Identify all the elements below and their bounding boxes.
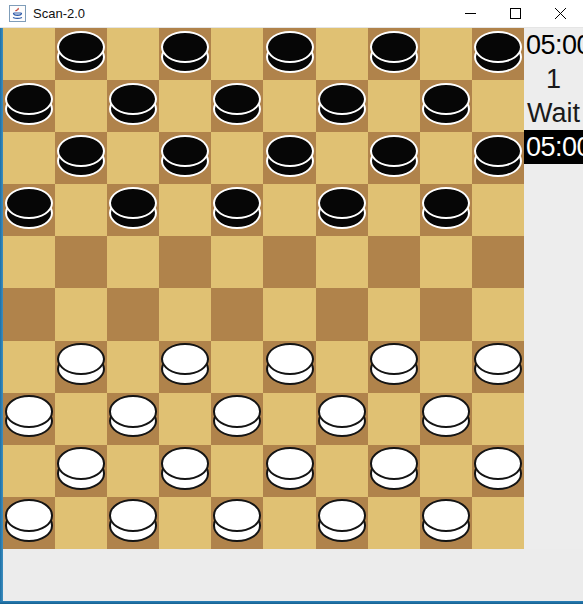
square-r4-c5[interactable]: [211, 184, 263, 236]
square-r4-c6[interactable]: [263, 184, 315, 236]
square-r5-c2[interactable]: [55, 236, 107, 288]
square-r4-c1[interactable]: [3, 184, 55, 236]
close-button[interactable]: [538, 0, 583, 28]
java-app-icon: [9, 5, 26, 22]
black-man[interactable]: [159, 132, 211, 184]
square-r4-c9[interactable]: [420, 184, 472, 236]
piece-top: [109, 395, 157, 427]
square-r7-c1[interactable]: [3, 341, 55, 393]
square-r5-c6[interactable]: [263, 236, 315, 288]
white-man[interactable]: [420, 497, 472, 549]
bottom-strip: [3, 549, 583, 601]
square-r7-c9[interactable]: [420, 341, 472, 393]
minimize-icon: [465, 8, 476, 19]
square-r2-c7[interactable]: [316, 80, 368, 132]
piece-top: [318, 83, 366, 115]
square-r4-c3[interactable]: [107, 184, 159, 236]
square-r3-c10[interactable]: [472, 132, 524, 184]
square-r7-c10[interactable]: [472, 341, 524, 393]
square-r3-c9[interactable]: [420, 132, 472, 184]
piece-top: [318, 395, 366, 427]
square-r6-c1[interactable]: [3, 288, 55, 340]
piece-top: [474, 31, 522, 63]
square-r3-c4[interactable]: [159, 132, 211, 184]
black-man[interactable]: [159, 28, 211, 80]
square-r3-c1[interactable]: [3, 132, 55, 184]
piece-top: [5, 499, 53, 531]
piece-top: [213, 395, 261, 427]
square-r10-c5[interactable]: [211, 497, 263, 549]
white-man[interactable]: [107, 393, 159, 445]
square-r8-c6[interactable]: [263, 393, 315, 445]
square-r2-c3[interactable]: [107, 80, 159, 132]
square-r8-c1[interactable]: [3, 393, 55, 445]
square-r8-c3[interactable]: [107, 393, 159, 445]
square-r10-c7[interactable]: [316, 497, 368, 549]
titlebar[interactable]: Scan-2.0: [0, 0, 583, 28]
square-r6-c6[interactable]: [263, 288, 315, 340]
square-r10-c2[interactable]: [55, 497, 107, 549]
square-r5-c10[interactable]: [472, 236, 524, 288]
square-r7-c4[interactable]: [159, 341, 211, 393]
square-r10-c1[interactable]: [3, 497, 55, 549]
square-r3-c2[interactable]: [55, 132, 107, 184]
white-man[interactable]: [472, 445, 524, 497]
piece-top: [422, 83, 470, 115]
square-r5-c8[interactable]: [368, 236, 420, 288]
white-man[interactable]: [159, 445, 211, 497]
white-man[interactable]: [107, 497, 159, 549]
black-man[interactable]: [3, 80, 55, 132]
square-r6-c7[interactable]: [316, 288, 368, 340]
move-number: 1: [524, 62, 583, 96]
piece-top: [109, 499, 157, 531]
black-man[interactable]: [420, 184, 472, 236]
white-man[interactable]: [55, 445, 107, 497]
black-man[interactable]: [211, 80, 263, 132]
square-r1-c4[interactable]: [159, 28, 211, 80]
square-r5-c7[interactable]: [316, 236, 368, 288]
square-r1-c10[interactable]: [472, 28, 524, 80]
black-man[interactable]: [368, 28, 420, 80]
white-man[interactable]: [368, 445, 420, 497]
square-r2-c8[interactable]: [368, 80, 420, 132]
minimize-button[interactable]: [448, 0, 493, 28]
square-r1-c3[interactable]: [107, 28, 159, 80]
piece-top: [57, 135, 105, 167]
square-r5-c3[interactable]: [107, 236, 159, 288]
piece-top: [5, 187, 53, 219]
square-r3-c7[interactable]: [316, 132, 368, 184]
black-man[interactable]: [107, 184, 159, 236]
piece-top: [474, 447, 522, 479]
square-r9-c10[interactable]: [472, 445, 524, 497]
piece-top: [109, 187, 157, 219]
square-r7-c7[interactable]: [316, 341, 368, 393]
square-r10-c8[interactable]: [368, 497, 420, 549]
square-r2-c9[interactable]: [420, 80, 472, 132]
square-r5-c4[interactable]: [159, 236, 211, 288]
square-r1-c7[interactable]: [316, 28, 368, 80]
square-r7-c3[interactable]: [107, 341, 159, 393]
piece-top: [422, 499, 470, 531]
square-r9-c9[interactable]: [420, 445, 472, 497]
square-r8-c2[interactable]: [55, 393, 107, 445]
square-r5-c1[interactable]: [3, 236, 55, 288]
black-man[interactable]: [263, 28, 315, 80]
square-r3-c8[interactable]: [368, 132, 420, 184]
piece-top: [266, 31, 314, 63]
square-r3-c3[interactable]: [107, 132, 159, 184]
square-r6-c4[interactable]: [159, 288, 211, 340]
square-r4-c4[interactable]: [159, 184, 211, 236]
square-r7-c2[interactable]: [55, 341, 107, 393]
piece-top: [161, 135, 209, 167]
piece-top: [161, 31, 209, 63]
square-r6-c8[interactable]: [368, 288, 420, 340]
status-label: Wait: [524, 96, 583, 130]
black-man[interactable]: [472, 28, 524, 80]
square-r10-c3[interactable]: [107, 497, 159, 549]
white-man[interactable]: [368, 341, 420, 393]
square-r1-c5[interactable]: [211, 28, 263, 80]
square-r6-c5[interactable]: [211, 288, 263, 340]
white-man[interactable]: [211, 393, 263, 445]
white-man[interactable]: [316, 497, 368, 549]
square-r4-c8[interactable]: [368, 184, 420, 236]
white-man[interactable]: [211, 497, 263, 549]
black-man[interactable]: [107, 80, 159, 132]
square-r6-c9[interactable]: [420, 288, 472, 340]
square-r3-c6[interactable]: [263, 132, 315, 184]
piece-top: [57, 447, 105, 479]
black-man[interactable]: [420, 80, 472, 132]
caption-buttons: [448, 0, 583, 28]
black-man[interactable]: [3, 184, 55, 236]
square-r9-c5[interactable]: [211, 445, 263, 497]
square-r2-c1[interactable]: [3, 80, 55, 132]
square-r8-c4[interactable]: [159, 393, 211, 445]
piece-top: [213, 499, 261, 531]
close-icon: [555, 8, 566, 19]
maximize-icon: [510, 8, 521, 19]
piece-top: [213, 83, 261, 115]
square-r3-c5[interactable]: [211, 132, 263, 184]
square-r1-c2[interactable]: [55, 28, 107, 80]
square-r9-c4[interactable]: [159, 445, 211, 497]
white-clock-active: 05:00: [524, 130, 583, 164]
square-r8-c10[interactable]: [472, 393, 524, 445]
square-r8-c5[interactable]: [211, 393, 263, 445]
piece-top: [161, 447, 209, 479]
square-r10-c9[interactable]: [420, 497, 472, 549]
piece-top: [318, 187, 366, 219]
square-r9-c2[interactable]: [55, 445, 107, 497]
maximize-button[interactable]: [493, 0, 538, 28]
window-title: Scan-2.0: [33, 6, 85, 21]
square-r6-c10[interactable]: [472, 288, 524, 340]
square-r9-c8[interactable]: [368, 445, 420, 497]
square-r8-c7[interactable]: [316, 393, 368, 445]
square-r1-c6[interactable]: [263, 28, 315, 80]
square-r7-c8[interactable]: [368, 341, 420, 393]
piece-top: [422, 187, 470, 219]
white-man[interactable]: [159, 341, 211, 393]
white-man[interactable]: [55, 341, 107, 393]
square-r7-c6[interactable]: [263, 341, 315, 393]
piece-top: [109, 83, 157, 115]
black-man[interactable]: [472, 132, 524, 184]
square-r10-c10[interactable]: [472, 497, 524, 549]
black-clock: 05:00: [524, 28, 583, 62]
main-area: 05:00 1 Wait 05:00: [0, 28, 583, 601]
square-r2-c10[interactable]: [472, 80, 524, 132]
square-r2-c4[interactable]: [159, 80, 211, 132]
square-r9-c6[interactable]: [263, 445, 315, 497]
square-r6-c3[interactable]: [107, 288, 159, 340]
square-r9-c3[interactable]: [107, 445, 159, 497]
black-man[interactable]: [211, 184, 263, 236]
square-r6-c2[interactable]: [55, 288, 107, 340]
black-man[interactable]: [316, 80, 368, 132]
square-r8-c8[interactable]: [368, 393, 420, 445]
side-panel: 05:00 1 Wait 05:00: [524, 28, 583, 601]
square-r1-c8[interactable]: [368, 28, 420, 80]
square-r10-c6[interactable]: [263, 497, 315, 549]
piece-top: [5, 395, 53, 427]
black-man[interactable]: [263, 132, 315, 184]
piece-top: [318, 499, 366, 531]
square-r7-c5[interactable]: [211, 341, 263, 393]
white-man[interactable]: [263, 445, 315, 497]
piece-top: [5, 83, 53, 115]
piece-top: [422, 395, 470, 427]
piece-top: [57, 31, 105, 63]
draughts-board[interactable]: [3, 28, 524, 549]
piece-top: [474, 135, 522, 167]
piece-top: [370, 31, 418, 63]
square-r2-c6[interactable]: [263, 80, 315, 132]
white-man[interactable]: [3, 393, 55, 445]
square-r2-c2[interactable]: [55, 80, 107, 132]
square-r2-c5[interactable]: [211, 80, 263, 132]
square-r5-c9[interactable]: [420, 236, 472, 288]
white-man[interactable]: [316, 393, 368, 445]
black-man[interactable]: [368, 132, 420, 184]
piece-top: [266, 343, 314, 375]
square-r4-c10[interactable]: [472, 184, 524, 236]
piece-top: [266, 135, 314, 167]
white-man[interactable]: [472, 341, 524, 393]
square-r10-c4[interactable]: [159, 497, 211, 549]
piece-top: [370, 135, 418, 167]
square-r9-c1[interactable]: [3, 445, 55, 497]
square-r4-c7[interactable]: [316, 184, 368, 236]
white-man[interactable]: [420, 393, 472, 445]
square-r4-c2[interactable]: [55, 184, 107, 236]
square-r8-c9[interactable]: [420, 393, 472, 445]
app-window: Scan-2.0 05:00 1 Wait 05:00: [0, 0, 583, 604]
black-man[interactable]: [55, 28, 107, 80]
square-r1-c1[interactable]: [3, 28, 55, 80]
piece-top: [370, 343, 418, 375]
white-man[interactable]: [3, 497, 55, 549]
square-r1-c9[interactable]: [420, 28, 472, 80]
piece-top: [266, 447, 314, 479]
piece-top: [370, 447, 418, 479]
black-man[interactable]: [316, 184, 368, 236]
square-r5-c5[interactable]: [211, 236, 263, 288]
white-man[interactable]: [263, 341, 315, 393]
square-r9-c7[interactable]: [316, 445, 368, 497]
black-man[interactable]: [55, 132, 107, 184]
